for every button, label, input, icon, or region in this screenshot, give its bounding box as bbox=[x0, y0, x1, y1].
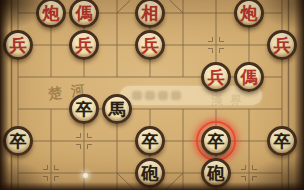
toast-faded-text-smudge bbox=[132, 91, 142, 100]
piece-red-soldier-f6r4[interactable]: 兵 bbox=[201, 62, 231, 92]
piece-black-soldier-f2r5[interactable]: 卒 bbox=[69, 94, 99, 124]
piece-black-soldier-f4r6[interactable]: 卒 bbox=[135, 126, 165, 156]
toast-faded-text-smudge bbox=[158, 91, 168, 100]
xiangqi-board[interactable]: 楚河 漢界 炮傌相炮兵兵兵兵兵傌卒馬卒卒卒卒砲砲 bbox=[0, 0, 304, 190]
piece-black-soldier-f0r6[interactable]: 卒 bbox=[3, 126, 33, 156]
piece-red-horse-f7r4[interactable]: 傌 bbox=[234, 62, 264, 92]
piece-black-cannon-f6r7[interactable]: 砲 bbox=[201, 158, 231, 188]
piece-black-cannon-f4r7[interactable]: 砲 bbox=[135, 158, 165, 188]
piece-red-soldier-f8r3[interactable]: 兵 bbox=[267, 30, 297, 60]
piece-black-horse-f3r5[interactable]: 馬 bbox=[102, 94, 132, 124]
piece-red-soldier-f2r3[interactable]: 兵 bbox=[69, 30, 99, 60]
sparkle-effect bbox=[83, 173, 88, 178]
piece-black-soldier-f6r6[interactable]: 卒 bbox=[201, 126, 231, 156]
piece-black-soldier-f8r6[interactable]: 卒 bbox=[267, 126, 297, 156]
toast-faded-text-smudge bbox=[171, 91, 181, 100]
piece-red-soldier-f0r3[interactable]: 兵 bbox=[3, 30, 33, 60]
piece-red-soldier-f4r3[interactable]: 兵 bbox=[135, 30, 165, 60]
toast-faded-text-smudge bbox=[145, 91, 155, 100]
